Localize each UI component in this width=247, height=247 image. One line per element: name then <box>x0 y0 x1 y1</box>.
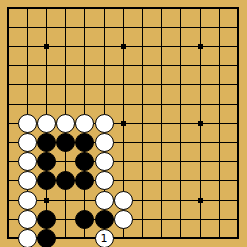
star-point <box>44 44 49 49</box>
grid-line-vertical <box>161 7 162 239</box>
black-stone <box>37 133 56 152</box>
white-stone <box>18 114 37 133</box>
white-stone <box>18 210 37 229</box>
star-point <box>121 121 126 126</box>
white-stone <box>95 191 114 210</box>
white-stone <box>95 171 114 190</box>
white-stone <box>18 229 37 247</box>
white-stone <box>114 210 133 229</box>
white-stone <box>56 114 75 133</box>
black-stone <box>56 133 75 152</box>
black-stone <box>37 171 56 190</box>
grid-line-vertical <box>237 7 239 239</box>
star-point <box>198 121 203 126</box>
white-stone <box>114 191 133 210</box>
star-point <box>44 198 49 203</box>
white-stone <box>95 114 114 133</box>
go-board[interactable]: 1 <box>0 0 247 247</box>
star-point <box>198 198 203 203</box>
white-stone <box>18 133 37 152</box>
black-stone <box>37 229 56 247</box>
white-stone <box>95 152 114 171</box>
black-stone <box>75 171 94 190</box>
black-stone <box>75 210 94 229</box>
black-stone <box>75 152 94 171</box>
black-stone <box>56 171 75 190</box>
white-stone <box>37 114 56 133</box>
star-point <box>121 44 126 49</box>
black-stone <box>37 152 56 171</box>
white-stone <box>18 152 37 171</box>
grid-line-vertical <box>142 7 143 239</box>
grid-line-vertical <box>219 7 220 239</box>
black-stone <box>37 210 56 229</box>
white-stone-move-1: 1 <box>95 229 114 247</box>
black-stone <box>95 210 114 229</box>
star-point <box>198 44 203 49</box>
white-stone <box>18 191 37 210</box>
move-number-label: 1 <box>101 233 108 244</box>
white-stone <box>18 171 37 190</box>
black-stone <box>75 133 94 152</box>
grid-line-vertical <box>180 7 181 239</box>
white-stone <box>75 114 94 133</box>
white-stone <box>95 133 114 152</box>
